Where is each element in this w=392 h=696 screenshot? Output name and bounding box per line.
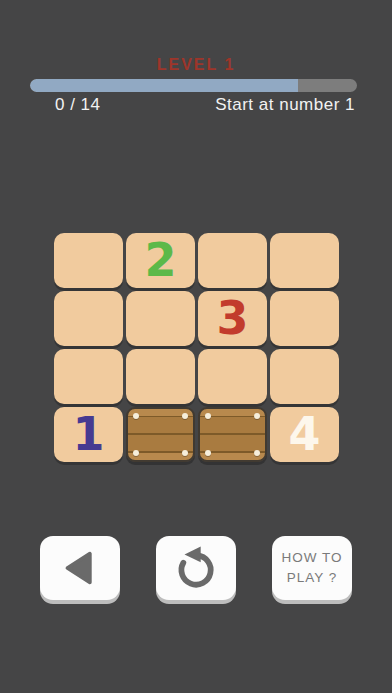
crate-nail — [205, 413, 211, 419]
tile-r2c2[interactable] — [126, 291, 195, 346]
crate-nail — [254, 413, 260, 419]
tile-r3c2[interactable] — [126, 349, 195, 404]
tile-r2c4[interactable] — [270, 291, 339, 346]
crate-nail — [133, 413, 139, 419]
tile-r1c2[interactable]: 2 — [126, 233, 195, 288]
back-arrow-icon — [62, 548, 98, 588]
crate-nail — [254, 450, 260, 456]
crate-nail — [205, 450, 211, 456]
tile-r1c4[interactable] — [270, 233, 339, 288]
waypoint-number-2: 2 — [144, 237, 176, 283]
level-label: LEVEL 1 — [0, 56, 392, 74]
stats-row: 0 / 14 Start at number 1 — [0, 95, 392, 115]
tile-r2c3[interactable]: 3 — [198, 291, 267, 346]
tile-r3c3[interactable] — [198, 349, 267, 404]
crate-nail — [133, 450, 139, 456]
restart-icon — [173, 545, 219, 591]
tile-r1c1[interactable] — [54, 233, 123, 288]
tile-r3c4[interactable] — [270, 349, 339, 404]
waypoint-number-3: 3 — [216, 295, 248, 341]
restart-button[interactable] — [156, 536, 236, 600]
start-hint: Start at number 1 — [215, 95, 355, 115]
tile-r3c1[interactable] — [54, 349, 123, 404]
puzzle-board: 2314 — [54, 233, 339, 462]
how-to-play-label: HOW TO PLAY ? — [281, 548, 342, 588]
filled-count: 0 / 14 — [55, 95, 101, 115]
tile-r2c1[interactable] — [54, 291, 123, 346]
back-button[interactable] — [40, 536, 120, 600]
waypoint-number-1: 1 — [72, 411, 104, 457]
tile-r4c1[interactable]: 1 — [54, 407, 123, 462]
level-progress-bar — [30, 79, 357, 92]
waypoint-number-4: 4 — [288, 411, 320, 457]
crate-nail — [182, 413, 188, 419]
how-to-play-button[interactable]: HOW TO PLAY ? — [272, 536, 352, 600]
crate-nail — [182, 450, 188, 456]
level-progress-fill — [30, 79, 298, 92]
tile-r1c3[interactable] — [198, 233, 267, 288]
crate-r4c3 — [198, 407, 267, 462]
tile-r4c4[interactable]: 4 — [270, 407, 339, 462]
crate-r4c2 — [126, 407, 195, 462]
